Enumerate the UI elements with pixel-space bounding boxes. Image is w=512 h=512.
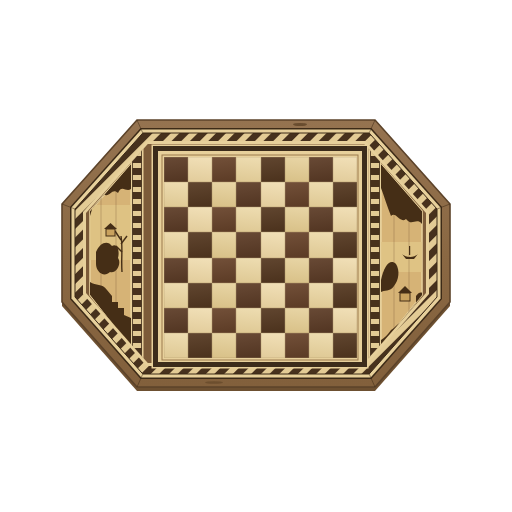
square-c5: [212, 232, 236, 257]
square-h7: [333, 182, 357, 207]
square-f4: [285, 258, 309, 283]
square-d1: [236, 333, 260, 358]
square-g5: [309, 232, 333, 257]
square-a6: [164, 207, 188, 232]
square-h4: [333, 258, 357, 283]
square-d3: [236, 283, 260, 308]
square-b5: [188, 232, 212, 257]
board-photo-stage: [0, 0, 512, 512]
square-h3: [333, 283, 357, 308]
left-scene-mound: [96, 243, 119, 275]
square-e7: [261, 182, 285, 207]
square-e6: [261, 207, 285, 232]
square-b1: [188, 333, 212, 358]
right-vertical-stripe-band: [371, 148, 380, 366]
square-e1: [261, 333, 285, 358]
square-b2: [188, 308, 212, 333]
square-e3: [261, 283, 285, 308]
square-g2: [309, 308, 333, 333]
square-f1: [285, 333, 309, 358]
square-c1: [212, 333, 236, 358]
square-b8: [188, 157, 212, 182]
square-h2: [333, 308, 357, 333]
square-e5: [261, 232, 285, 257]
square-a8: [164, 157, 188, 182]
square-f2: [285, 308, 309, 333]
square-f5: [285, 232, 309, 257]
square-f6: [285, 207, 309, 232]
square-e2: [261, 308, 285, 333]
square-a7: [164, 182, 188, 207]
square-h6: [333, 207, 357, 232]
square-f3: [285, 283, 309, 308]
square-d2: [236, 308, 260, 333]
square-g3: [309, 283, 333, 308]
square-d6: [236, 207, 260, 232]
square-a3: [164, 283, 188, 308]
square-c8: [212, 157, 236, 182]
square-b3: [188, 283, 212, 308]
chess-board-grid: [164, 157, 357, 358]
square-b4: [188, 258, 212, 283]
square-d8: [236, 157, 260, 182]
square-e8: [261, 157, 285, 182]
square-c3: [212, 283, 236, 308]
square-g8: [309, 157, 333, 182]
square-b7: [188, 182, 212, 207]
square-a5: [164, 232, 188, 257]
square-h1: [333, 333, 357, 358]
square-c6: [212, 207, 236, 232]
square-g6: [309, 207, 333, 232]
square-c7: [212, 182, 236, 207]
square-f8: [285, 157, 309, 182]
square-a4: [164, 258, 188, 283]
left-vertical-stripe-band: [133, 148, 142, 366]
square-d7: [236, 182, 260, 207]
wood-knot-mark: [293, 123, 307, 126]
square-g7: [309, 182, 333, 207]
square-d4: [236, 258, 260, 283]
square-b6: [188, 207, 212, 232]
square-a1: [164, 333, 188, 358]
square-e4: [261, 258, 285, 283]
wood-grain-mark: [205, 381, 223, 384]
square-c2: [212, 308, 236, 333]
square-a2: [164, 308, 188, 333]
square-g4: [309, 258, 333, 283]
square-d5: [236, 232, 260, 257]
square-h5: [333, 232, 357, 257]
square-c4: [212, 258, 236, 283]
square-g1: [309, 333, 333, 358]
square-h8: [333, 157, 357, 182]
square-f7: [285, 182, 309, 207]
